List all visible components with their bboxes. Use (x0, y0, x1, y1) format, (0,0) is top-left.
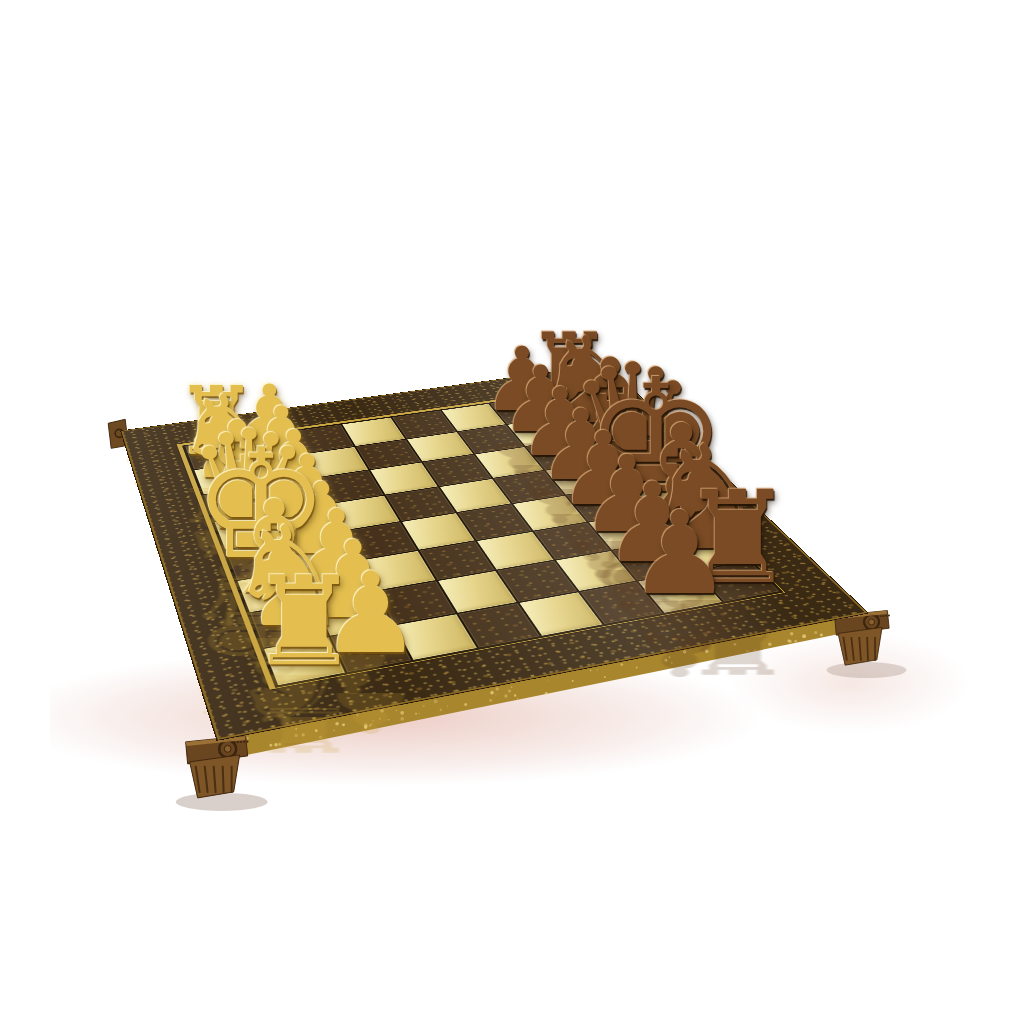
piece-white-rook-h1[interactable]: ♜ (249, 560, 359, 683)
board-leg-right (835, 611, 890, 666)
piece-black-pawn-h7[interactable]: ♟ (628, 496, 731, 611)
board-leg-left (186, 736, 249, 798)
product-photo-scene: ♜♜♞♞♝♝♛♛♚♚♝♝♞♞♜♜♟♟♟♟♟♟♟♟♟♟♟♟♟♟♟♟♟♟♟♟♟♟♟♟… (0, 0, 1024, 1024)
board-reflection-right (690, 630, 1010, 780)
